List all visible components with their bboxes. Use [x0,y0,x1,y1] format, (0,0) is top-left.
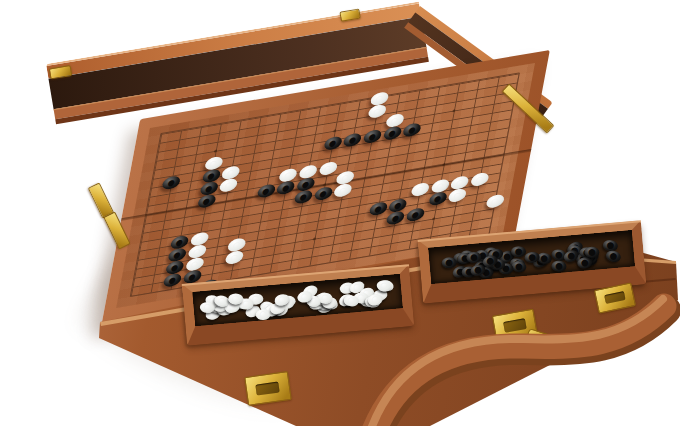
black-stone: ● [441,257,456,268]
white-stone: ○ [228,293,243,304]
white-stone: ○ [255,308,271,320]
product-photo: ○○○○●●●●●●●○●○○○○●●●●○●●○○○○○●○●●●○●○○●●… [0,0,680,426]
black-stone: ● [576,257,592,270]
front-clasp-left [244,371,292,406]
black-stone: ● [552,260,568,272]
front-clasp-left-slot [256,381,280,395]
black-stone: ● [605,249,622,263]
black-stone: ● [584,246,599,257]
carry-handle [340,278,680,426]
